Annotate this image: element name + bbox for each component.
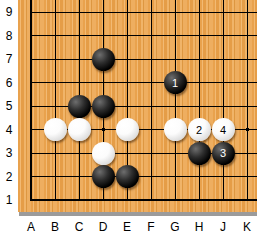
stone-move-number: 3 bbox=[220, 147, 226, 159]
stone-white-B4[interactable] bbox=[44, 118, 67, 141]
stone-white-E4[interactable] bbox=[116, 118, 139, 141]
stone-black-H3[interactable] bbox=[188, 142, 211, 165]
stone-white-H4[interactable]: 2 bbox=[188, 118, 211, 141]
stone-move-number: 2 bbox=[196, 124, 202, 136]
stone-white-D3[interactable] bbox=[92, 142, 115, 165]
go-diagram: 9 8 7 6 5 4 3 2 1 A B C D E F G H J K 12… bbox=[0, 0, 257, 236]
stone-white-J4[interactable]: 4 bbox=[212, 118, 235, 141]
stone-black-D7[interactable] bbox=[92, 48, 115, 71]
stone-black-E2[interactable] bbox=[116, 165, 139, 188]
stone-move-number: 4 bbox=[220, 124, 226, 136]
stones-layer: 1243 bbox=[0, 0, 257, 236]
stone-move-number: 1 bbox=[172, 77, 178, 89]
stone-black-G6[interactable]: 1 bbox=[164, 71, 187, 94]
stone-black-J3[interactable]: 3 bbox=[212, 142, 235, 165]
stone-black-D5[interactable] bbox=[92, 95, 115, 118]
stone-white-C4[interactable] bbox=[68, 118, 91, 141]
stone-black-D2[interactable] bbox=[92, 165, 115, 188]
stone-white-G4[interactable] bbox=[164, 118, 187, 141]
stone-black-C5[interactable] bbox=[68, 95, 91, 118]
